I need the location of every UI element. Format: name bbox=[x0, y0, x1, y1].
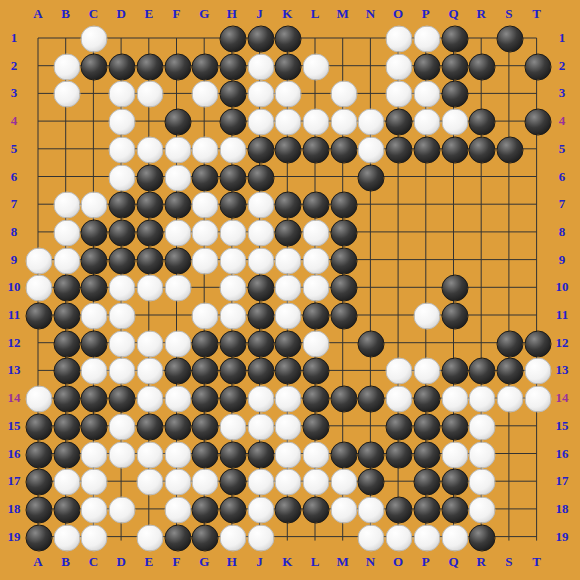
stone-black-O15[interactable] bbox=[386, 413, 413, 440]
intersection-S17[interactable] bbox=[495, 468, 522, 495]
stone-white-B17[interactable] bbox=[53, 469, 80, 496]
stone-black-G12[interactable] bbox=[192, 330, 219, 357]
intersection-P7[interactable] bbox=[412, 191, 439, 218]
stone-black-K13[interactable] bbox=[275, 358, 302, 385]
stone-white-F6[interactable] bbox=[164, 164, 191, 191]
intersection-T18[interactable] bbox=[523, 495, 550, 522]
stone-white-G9[interactable] bbox=[192, 247, 219, 274]
intersection-N11[interactable] bbox=[357, 302, 384, 329]
stone-black-L14[interactable] bbox=[303, 386, 330, 413]
intersection-O6[interactable] bbox=[385, 163, 412, 190]
stone-black-H4[interactable] bbox=[219, 109, 246, 136]
intersection-T8[interactable] bbox=[523, 218, 550, 245]
intersection-P8[interactable] bbox=[412, 218, 439, 245]
intersection-N1[interactable] bbox=[357, 25, 384, 52]
stone-black-P15[interactable] bbox=[413, 413, 440, 440]
stone-white-L2[interactable] bbox=[303, 53, 330, 80]
intersection-O12[interactable] bbox=[385, 329, 412, 356]
stone-white-O19[interactable] bbox=[386, 524, 413, 551]
stone-black-H3[interactable] bbox=[219, 81, 246, 108]
stone-white-L10[interactable] bbox=[303, 275, 330, 302]
stone-black-F4[interactable] bbox=[164, 109, 191, 136]
stone-white-B19[interactable] bbox=[53, 524, 80, 551]
intersection-T7[interactable] bbox=[523, 191, 550, 218]
stone-black-J12[interactable] bbox=[247, 330, 274, 357]
intersection-L19[interactable] bbox=[302, 523, 329, 550]
stone-black-J5[interactable] bbox=[247, 136, 274, 163]
stone-black-L18[interactable] bbox=[303, 496, 330, 523]
stone-white-K10[interactable] bbox=[275, 275, 302, 302]
stone-white-G3[interactable] bbox=[192, 81, 219, 108]
intersection-S15[interactable] bbox=[495, 412, 522, 439]
stone-black-F2[interactable] bbox=[164, 53, 191, 80]
stone-black-K5[interactable] bbox=[275, 136, 302, 163]
stone-white-N5[interactable] bbox=[358, 136, 385, 163]
intersection-O11[interactable] bbox=[385, 302, 412, 329]
stone-black-K18[interactable] bbox=[275, 496, 302, 523]
intersection-R10[interactable] bbox=[468, 274, 495, 301]
stone-white-L9[interactable] bbox=[303, 247, 330, 274]
intersection-N8[interactable] bbox=[357, 218, 384, 245]
intersection-A1[interactable] bbox=[25, 25, 52, 52]
stone-white-J17[interactable] bbox=[247, 469, 274, 496]
intersection-M19[interactable] bbox=[329, 523, 356, 550]
stone-black-H17[interactable] bbox=[219, 469, 246, 496]
stone-black-H13[interactable] bbox=[219, 358, 246, 385]
stone-black-P14[interactable] bbox=[413, 386, 440, 413]
intersection-T9[interactable] bbox=[523, 246, 550, 273]
stone-white-E14[interactable] bbox=[136, 386, 163, 413]
stone-black-K2[interactable] bbox=[275, 53, 302, 80]
stone-black-H1[interactable] bbox=[219, 26, 246, 53]
stone-white-P13[interactable] bbox=[413, 358, 440, 385]
stone-black-T4[interactable] bbox=[524, 109, 551, 136]
intersection-N9[interactable] bbox=[357, 246, 384, 273]
stone-black-C8[interactable] bbox=[81, 219, 108, 246]
stone-white-D15[interactable] bbox=[109, 413, 136, 440]
stone-black-J10[interactable] bbox=[247, 275, 274, 302]
stone-black-M7[interactable] bbox=[330, 192, 357, 219]
stone-black-L5[interactable] bbox=[303, 136, 330, 163]
stone-white-K4[interactable] bbox=[275, 109, 302, 136]
intersection-T19[interactable] bbox=[523, 523, 550, 550]
stone-white-F18[interactable] bbox=[164, 496, 191, 523]
intersection-K6[interactable] bbox=[274, 163, 301, 190]
stone-white-C7[interactable] bbox=[81, 192, 108, 219]
intersection-S11[interactable] bbox=[495, 302, 522, 329]
stone-white-D16[interactable] bbox=[109, 441, 136, 468]
stone-white-H5[interactable] bbox=[219, 136, 246, 163]
stone-white-S14[interactable] bbox=[496, 386, 523, 413]
intersection-M1[interactable] bbox=[329, 25, 356, 52]
intersection-A13[interactable] bbox=[25, 357, 52, 384]
stone-black-F7[interactable] bbox=[164, 192, 191, 219]
stone-black-B15[interactable] bbox=[53, 413, 80, 440]
stone-black-D2[interactable] bbox=[109, 53, 136, 80]
stone-black-G2[interactable] bbox=[192, 53, 219, 80]
stone-white-E19[interactable] bbox=[136, 524, 163, 551]
stone-black-P16[interactable] bbox=[413, 441, 440, 468]
stone-black-D9[interactable] bbox=[109, 247, 136, 274]
intersection-Q12[interactable] bbox=[440, 329, 467, 356]
stone-black-E15[interactable] bbox=[136, 413, 163, 440]
intersection-L6[interactable] bbox=[302, 163, 329, 190]
stone-black-F19[interactable] bbox=[164, 524, 191, 551]
stone-white-Q19[interactable] bbox=[441, 524, 468, 551]
intersection-R9[interactable] bbox=[468, 246, 495, 273]
stone-black-M10[interactable] bbox=[330, 275, 357, 302]
stone-white-F16[interactable] bbox=[164, 441, 191, 468]
stone-white-H11[interactable] bbox=[219, 303, 246, 330]
stone-black-Q5[interactable] bbox=[441, 136, 468, 163]
stone-white-D6[interactable] bbox=[109, 164, 136, 191]
intersection-A3[interactable] bbox=[25, 80, 52, 107]
intersection-L1[interactable] bbox=[302, 25, 329, 52]
stone-white-L8[interactable] bbox=[303, 219, 330, 246]
stone-black-H2[interactable] bbox=[219, 53, 246, 80]
intersection-T1[interactable] bbox=[523, 25, 550, 52]
stone-black-L15[interactable] bbox=[303, 413, 330, 440]
stone-black-L13[interactable] bbox=[303, 358, 330, 385]
stone-black-Q11[interactable] bbox=[441, 303, 468, 330]
intersection-A4[interactable] bbox=[25, 108, 52, 135]
stone-black-P17[interactable] bbox=[413, 469, 440, 496]
stone-white-J2[interactable] bbox=[247, 53, 274, 80]
stone-white-E17[interactable] bbox=[136, 469, 163, 496]
stone-black-J6[interactable] bbox=[247, 164, 274, 191]
intersection-O8[interactable] bbox=[385, 218, 412, 245]
stone-white-K11[interactable] bbox=[275, 303, 302, 330]
stone-white-O2[interactable] bbox=[386, 53, 413, 80]
stone-white-R17[interactable] bbox=[469, 469, 496, 496]
stone-white-G7[interactable] bbox=[192, 192, 219, 219]
stone-white-B3[interactable] bbox=[53, 81, 80, 108]
stone-black-Q17[interactable] bbox=[441, 469, 468, 496]
intersection-M15[interactable] bbox=[329, 412, 356, 439]
stone-black-B13[interactable] bbox=[53, 358, 80, 385]
stone-white-T13[interactable] bbox=[524, 358, 551, 385]
stone-black-M5[interactable] bbox=[330, 136, 357, 163]
intersection-T15[interactable] bbox=[523, 412, 550, 439]
intersection-G10[interactable] bbox=[191, 274, 218, 301]
stone-white-B2[interactable] bbox=[53, 53, 80, 80]
intersection-L3[interactable] bbox=[302, 80, 329, 107]
intersection-K19[interactable] bbox=[274, 523, 301, 550]
intersection-S4[interactable] bbox=[495, 108, 522, 135]
stone-white-R16[interactable] bbox=[469, 441, 496, 468]
intersection-Q9[interactable] bbox=[440, 246, 467, 273]
stone-white-O14[interactable] bbox=[386, 386, 413, 413]
stone-black-Q1[interactable] bbox=[441, 26, 468, 53]
intersection-N10[interactable] bbox=[357, 274, 384, 301]
stone-white-L16[interactable] bbox=[303, 441, 330, 468]
stone-black-B16[interactable] bbox=[53, 441, 80, 468]
stone-white-B7[interactable] bbox=[53, 192, 80, 219]
stone-white-H15[interactable] bbox=[219, 413, 246, 440]
stone-black-D14[interactable] bbox=[109, 386, 136, 413]
stone-black-G18[interactable] bbox=[192, 496, 219, 523]
stone-white-P19[interactable] bbox=[413, 524, 440, 551]
stone-white-K14[interactable] bbox=[275, 386, 302, 413]
stone-white-J7[interactable] bbox=[247, 192, 274, 219]
intersection-N2[interactable] bbox=[357, 52, 384, 79]
intersection-F11[interactable] bbox=[163, 302, 190, 329]
stone-white-H19[interactable] bbox=[219, 524, 246, 551]
intersection-M6[interactable] bbox=[329, 163, 356, 190]
intersection-M2[interactable] bbox=[329, 52, 356, 79]
intersection-D17[interactable] bbox=[108, 468, 135, 495]
stone-black-O4[interactable] bbox=[386, 109, 413, 136]
intersection-D19[interactable] bbox=[108, 523, 135, 550]
stone-black-C15[interactable] bbox=[81, 413, 108, 440]
stone-black-C2[interactable] bbox=[81, 53, 108, 80]
stone-white-N4[interactable] bbox=[358, 109, 385, 136]
stone-black-G16[interactable] bbox=[192, 441, 219, 468]
stone-black-J11[interactable] bbox=[247, 303, 274, 330]
intersection-T10[interactable] bbox=[523, 274, 550, 301]
stone-black-M16[interactable] bbox=[330, 441, 357, 468]
stone-black-E6[interactable] bbox=[136, 164, 163, 191]
stone-black-S12[interactable] bbox=[496, 330, 523, 357]
stone-black-O18[interactable] bbox=[386, 496, 413, 523]
stone-black-J16[interactable] bbox=[247, 441, 274, 468]
stone-white-Q14[interactable] bbox=[441, 386, 468, 413]
intersection-S6[interactable] bbox=[495, 163, 522, 190]
stone-white-K15[interactable] bbox=[275, 413, 302, 440]
stone-white-O13[interactable] bbox=[386, 358, 413, 385]
stone-black-Q2[interactable] bbox=[441, 53, 468, 80]
stone-white-E13[interactable] bbox=[136, 358, 163, 385]
intersection-C6[interactable] bbox=[80, 163, 107, 190]
stone-black-N12[interactable] bbox=[358, 330, 385, 357]
stone-white-D13[interactable] bbox=[109, 358, 136, 385]
stone-white-J4[interactable] bbox=[247, 109, 274, 136]
intersection-O9[interactable] bbox=[385, 246, 412, 273]
stone-black-N17[interactable] bbox=[358, 469, 385, 496]
intersection-Q8[interactable] bbox=[440, 218, 467, 245]
intersection-R1[interactable] bbox=[468, 25, 495, 52]
intersection-A8[interactable] bbox=[25, 218, 52, 245]
stone-black-B14[interactable] bbox=[53, 386, 80, 413]
stone-black-N16[interactable] bbox=[358, 441, 385, 468]
intersection-O10[interactable] bbox=[385, 274, 412, 301]
stone-white-A9[interactable] bbox=[26, 247, 53, 274]
stone-white-D12[interactable] bbox=[109, 330, 136, 357]
intersection-E11[interactable] bbox=[135, 302, 162, 329]
stone-white-M4[interactable] bbox=[330, 109, 357, 136]
stone-white-C11[interactable] bbox=[81, 303, 108, 330]
stone-black-D7[interactable] bbox=[109, 192, 136, 219]
intersection-Q7[interactable] bbox=[440, 191, 467, 218]
stone-white-C1[interactable] bbox=[81, 26, 108, 53]
stone-white-P3[interactable] bbox=[413, 81, 440, 108]
stone-black-B18[interactable] bbox=[53, 496, 80, 523]
intersection-R11[interactable] bbox=[468, 302, 495, 329]
intersection-A12[interactable] bbox=[25, 329, 52, 356]
intersection-R8[interactable] bbox=[468, 218, 495, 245]
intersection-S16[interactable] bbox=[495, 440, 522, 467]
intersection-Q6[interactable] bbox=[440, 163, 467, 190]
stone-white-C17[interactable] bbox=[81, 469, 108, 496]
stone-white-H9[interactable] bbox=[219, 247, 246, 274]
intersection-M12[interactable] bbox=[329, 329, 356, 356]
stone-white-Q16[interactable] bbox=[441, 441, 468, 468]
stone-white-F14[interactable] bbox=[164, 386, 191, 413]
stone-black-R19[interactable] bbox=[469, 524, 496, 551]
stone-black-A11[interactable] bbox=[26, 303, 53, 330]
stone-black-N14[interactable] bbox=[358, 386, 385, 413]
intersection-T16[interactable] bbox=[523, 440, 550, 467]
stone-white-E16[interactable] bbox=[136, 441, 163, 468]
stone-black-K1[interactable] bbox=[275, 26, 302, 53]
intersection-E4[interactable] bbox=[135, 108, 162, 135]
stone-white-G11[interactable] bbox=[192, 303, 219, 330]
stone-black-R4[interactable] bbox=[469, 109, 496, 136]
stone-white-E5[interactable] bbox=[136, 136, 163, 163]
intersection-F3[interactable] bbox=[163, 80, 190, 107]
intersection-G1[interactable] bbox=[191, 25, 218, 52]
stone-white-B8[interactable] bbox=[53, 219, 80, 246]
stone-white-F12[interactable] bbox=[164, 330, 191, 357]
stone-white-C19[interactable] bbox=[81, 524, 108, 551]
stone-black-S1[interactable] bbox=[496, 26, 523, 53]
stone-black-P2[interactable] bbox=[413, 53, 440, 80]
stone-white-H10[interactable] bbox=[219, 275, 246, 302]
stone-white-F8[interactable] bbox=[164, 219, 191, 246]
stone-black-R5[interactable] bbox=[469, 136, 496, 163]
stone-black-G15[interactable] bbox=[192, 413, 219, 440]
stone-black-H6[interactable] bbox=[219, 164, 246, 191]
stone-white-J8[interactable] bbox=[247, 219, 274, 246]
intersection-R6[interactable] bbox=[468, 163, 495, 190]
stone-black-C10[interactable] bbox=[81, 275, 108, 302]
intersection-B5[interactable] bbox=[52, 135, 79, 162]
stone-white-J15[interactable] bbox=[247, 413, 274, 440]
stone-white-R15[interactable] bbox=[469, 413, 496, 440]
stone-white-H8[interactable] bbox=[219, 219, 246, 246]
stone-white-F5[interactable] bbox=[164, 136, 191, 163]
intersection-N3[interactable] bbox=[357, 80, 384, 107]
stone-black-G19[interactable] bbox=[192, 524, 219, 551]
stone-black-C9[interactable] bbox=[81, 247, 108, 274]
stone-black-K12[interactable] bbox=[275, 330, 302, 357]
stone-black-L7[interactable] bbox=[303, 192, 330, 219]
stone-black-F15[interactable] bbox=[164, 413, 191, 440]
stone-white-K16[interactable] bbox=[275, 441, 302, 468]
intersection-C4[interactable] bbox=[80, 108, 107, 135]
stone-white-K9[interactable] bbox=[275, 247, 302, 274]
stone-black-M9[interactable] bbox=[330, 247, 357, 274]
stone-black-E2[interactable] bbox=[136, 53, 163, 80]
intersection-E1[interactable] bbox=[135, 25, 162, 52]
stone-black-G13[interactable] bbox=[192, 358, 219, 385]
intersection-S2[interactable] bbox=[495, 52, 522, 79]
stone-black-Q18[interactable] bbox=[441, 496, 468, 523]
stone-black-H14[interactable] bbox=[219, 386, 246, 413]
stone-black-S5[interactable] bbox=[496, 136, 523, 163]
stone-white-F17[interactable] bbox=[164, 469, 191, 496]
intersection-P10[interactable] bbox=[412, 274, 439, 301]
stone-black-Q3[interactable] bbox=[441, 81, 468, 108]
intersection-T5[interactable] bbox=[523, 135, 550, 162]
stone-white-O1[interactable] bbox=[386, 26, 413, 53]
stone-black-J1[interactable] bbox=[247, 26, 274, 53]
stone-black-B12[interactable] bbox=[53, 330, 80, 357]
stone-white-C13[interactable] bbox=[81, 358, 108, 385]
intersection-S3[interactable] bbox=[495, 80, 522, 107]
stone-white-D5[interactable] bbox=[109, 136, 136, 163]
intersection-T6[interactable] bbox=[523, 163, 550, 190]
intersection-N15[interactable] bbox=[357, 412, 384, 439]
stone-black-K8[interactable] bbox=[275, 219, 302, 246]
intersection-S19[interactable] bbox=[495, 523, 522, 550]
stone-black-T12[interactable] bbox=[524, 330, 551, 357]
stone-black-F13[interactable] bbox=[164, 358, 191, 385]
stone-white-M17[interactable] bbox=[330, 469, 357, 496]
stone-white-P4[interactable] bbox=[413, 109, 440, 136]
stone-white-E10[interactable] bbox=[136, 275, 163, 302]
stone-white-E12[interactable] bbox=[136, 330, 163, 357]
stone-white-Q4[interactable] bbox=[441, 109, 468, 136]
stone-black-Q13[interactable] bbox=[441, 358, 468, 385]
intersection-O7[interactable] bbox=[385, 191, 412, 218]
stone-white-M3[interactable] bbox=[330, 81, 357, 108]
intersection-G4[interactable] bbox=[191, 108, 218, 135]
stone-white-L4[interactable] bbox=[303, 109, 330, 136]
stone-white-J3[interactable] bbox=[247, 81, 274, 108]
stone-black-H18[interactable] bbox=[219, 496, 246, 523]
intersection-P9[interactable] bbox=[412, 246, 439, 273]
intersection-B6[interactable] bbox=[52, 163, 79, 190]
stone-black-M8[interactable] bbox=[330, 219, 357, 246]
stone-black-P18[interactable] bbox=[413, 496, 440, 523]
stone-black-L11[interactable] bbox=[303, 303, 330, 330]
stone-black-A15[interactable] bbox=[26, 413, 53, 440]
stone-white-J19[interactable] bbox=[247, 524, 274, 551]
stone-white-D4[interactable] bbox=[109, 109, 136, 136]
stone-black-P5[interactable] bbox=[413, 136, 440, 163]
stone-white-J9[interactable] bbox=[247, 247, 274, 274]
intersection-S7[interactable] bbox=[495, 191, 522, 218]
intersection-S9[interactable] bbox=[495, 246, 522, 273]
stone-black-G6[interactable] bbox=[192, 164, 219, 191]
intersection-F1[interactable] bbox=[163, 25, 190, 52]
intersection-C5[interactable] bbox=[80, 135, 107, 162]
intersection-M13[interactable] bbox=[329, 357, 356, 384]
stone-black-A19[interactable] bbox=[26, 524, 53, 551]
stone-black-H12[interactable] bbox=[219, 330, 246, 357]
stone-black-M14[interactable] bbox=[330, 386, 357, 413]
intersection-E18[interactable] bbox=[135, 495, 162, 522]
stone-black-R2[interactable] bbox=[469, 53, 496, 80]
intersection-B4[interactable] bbox=[52, 108, 79, 135]
stone-black-F9[interactable] bbox=[164, 247, 191, 274]
intersection-D1[interactable] bbox=[108, 25, 135, 52]
stone-white-D3[interactable] bbox=[109, 81, 136, 108]
stone-white-A14[interactable] bbox=[26, 386, 53, 413]
stone-black-Q15[interactable] bbox=[441, 413, 468, 440]
intersection-T3[interactable] bbox=[523, 80, 550, 107]
intersection-T17[interactable] bbox=[523, 468, 550, 495]
stone-black-E8[interactable] bbox=[136, 219, 163, 246]
stone-black-B10[interactable] bbox=[53, 275, 80, 302]
stone-black-T2[interactable] bbox=[524, 53, 551, 80]
stone-black-B11[interactable] bbox=[53, 303, 80, 330]
stone-white-A10[interactable] bbox=[26, 275, 53, 302]
stone-white-R14[interactable] bbox=[469, 386, 496, 413]
stone-black-A17[interactable] bbox=[26, 469, 53, 496]
stone-black-D8[interactable] bbox=[109, 219, 136, 246]
